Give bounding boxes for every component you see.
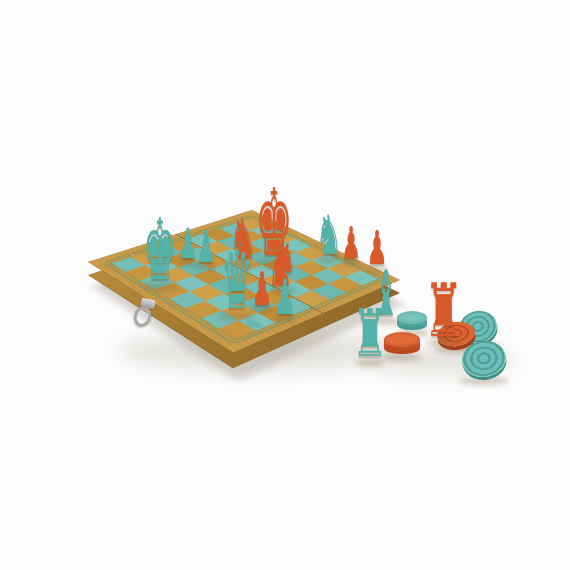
product-photo-stage: ♚♟♟♞♚♞♛♟♟♞♟♟♝♜♜	[0, 0, 570, 570]
orange-pawn-g4: ♟	[341, 221, 361, 265]
piece-shadow	[459, 377, 510, 385]
orange-pawn-c2: ♟	[251, 265, 272, 312]
checker-top-face	[384, 332, 420, 347]
checker-top-face	[397, 311, 427, 324]
teal-pawn-d7: ♟	[179, 223, 198, 265]
orange-checker-cylinder	[384, 332, 420, 362]
teal-king-a6: ♚	[143, 207, 177, 292]
teal-rook-offboard: ♜	[352, 301, 388, 367]
teal-pawn-d1: ♟	[274, 273, 296, 322]
teal-queen-b2: ♛	[221, 240, 254, 321]
teal-pawn-d6: ♟	[196, 225, 216, 269]
latch	[130, 299, 162, 331]
orange-rook-offboard: ♜	[424, 273, 464, 347]
pieces-layer: ♚♟♟♞♚♞♛♟♟♞♟♟♝♜♜	[0, 0, 570, 570]
teal-knight-h3: ♞	[315, 208, 342, 263]
